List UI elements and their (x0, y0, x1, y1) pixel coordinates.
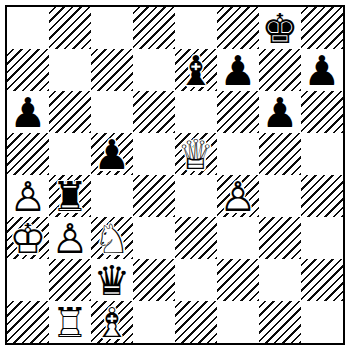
white-pawn-a4[interactable]: ♟♙ (7, 175, 49, 217)
square-h4[interactable] (301, 175, 343, 217)
black-piece-glyph: ♟ (301, 49, 343, 91)
white-piece-outline: ♗ (91, 301, 133, 343)
black-piece-glyph: ♟ (91, 133, 133, 175)
square-c1[interactable]: ♝♗ (91, 301, 133, 343)
square-d6[interactable] (133, 91, 175, 133)
square-b1[interactable]: ♜♖ (49, 301, 91, 343)
white-piece-outline: ♔ (7, 217, 49, 259)
black-pawn-c5[interactable]: ♟ (91, 133, 133, 175)
square-e6[interactable] (175, 91, 217, 133)
square-f7[interactable]: ♟ (217, 49, 259, 91)
square-h6[interactable] (301, 91, 343, 133)
black-pawn-a6[interactable]: ♟ (7, 91, 49, 133)
square-d3[interactable] (133, 217, 175, 259)
square-d1[interactable] (133, 301, 175, 343)
black-rook-b4[interactable]: ♜ (49, 175, 91, 217)
black-piece-glyph: ♛ (91, 259, 133, 301)
square-a3[interactable]: ♚♔ (7, 217, 49, 259)
square-e1[interactable] (175, 301, 217, 343)
white-king-a3[interactable]: ♚♔ (7, 217, 49, 259)
square-g1[interactable] (259, 301, 301, 343)
black-piece-glyph: ♝ (175, 49, 217, 91)
square-d5[interactable] (133, 133, 175, 175)
square-e3[interactable] (175, 217, 217, 259)
square-d4[interactable] (133, 175, 175, 217)
black-pawn-f7[interactable]: ♟ (217, 49, 259, 91)
white-pawn-b3[interactable]: ♟♙ (49, 217, 91, 259)
square-a7[interactable] (7, 49, 49, 91)
white-piece-outline: ♙ (7, 175, 49, 217)
square-f1[interactable] (217, 301, 259, 343)
square-f3[interactable] (217, 217, 259, 259)
square-g7[interactable] (259, 49, 301, 91)
square-b5[interactable] (49, 133, 91, 175)
square-b8[interactable] (49, 7, 91, 49)
black-pawn-h7[interactable]: ♟ (301, 49, 343, 91)
white-pawn-f4[interactable]: ♟♙ (217, 175, 259, 217)
square-h5[interactable] (301, 133, 343, 175)
square-g8[interactable]: ♚ (259, 7, 301, 49)
square-d8[interactable] (133, 7, 175, 49)
white-piece-outline: ♖ (49, 301, 91, 343)
square-f6[interactable] (217, 91, 259, 133)
square-e4[interactable] (175, 175, 217, 217)
square-e7[interactable]: ♝ (175, 49, 217, 91)
black-bishop-e7[interactable]: ♝ (175, 49, 217, 91)
square-f4[interactable]: ♟♙ (217, 175, 259, 217)
square-a4[interactable]: ♟♙ (7, 175, 49, 217)
square-f2[interactable] (217, 259, 259, 301)
square-a2[interactable] (7, 259, 49, 301)
square-e8[interactable] (175, 7, 217, 49)
page: ♚♝♟♟♟♟♟♛♕♟♙♜♟♙♚♔♟♙♞♘♛♜♖♝♗ (0, 0, 350, 350)
black-piece-glyph: ♟ (259, 91, 301, 133)
white-piece-outline: ♕ (175, 133, 217, 175)
black-piece-glyph: ♟ (7, 91, 49, 133)
square-d2[interactable] (133, 259, 175, 301)
square-c2[interactable]: ♛ (91, 259, 133, 301)
square-g2[interactable] (259, 259, 301, 301)
square-b7[interactable] (49, 49, 91, 91)
square-h7[interactable]: ♟ (301, 49, 343, 91)
chessboard: ♚♝♟♟♟♟♟♛♕♟♙♜♟♙♚♔♟♙♞♘♛♜♖♝♗ (5, 5, 345, 345)
square-a6[interactable]: ♟ (7, 91, 49, 133)
black-king-g8[interactable]: ♚ (259, 7, 301, 49)
square-h8[interactable] (301, 7, 343, 49)
white-rook-b1[interactable]: ♜♖ (49, 301, 91, 343)
square-d7[interactable] (133, 49, 175, 91)
square-g5[interactable] (259, 133, 301, 175)
white-knight-c3[interactable]: ♞♘ (91, 217, 133, 259)
white-queen-e5[interactable]: ♛♕ (175, 133, 217, 175)
black-piece-glyph: ♟ (217, 49, 259, 91)
square-c3[interactable]: ♞♘ (91, 217, 133, 259)
square-f5[interactable] (217, 133, 259, 175)
square-c5[interactable]: ♟ (91, 133, 133, 175)
square-g4[interactable] (259, 175, 301, 217)
square-g6[interactable]: ♟ (259, 91, 301, 133)
white-bishop-c1[interactable]: ♝♗ (91, 301, 133, 343)
square-e5[interactable]: ♛♕ (175, 133, 217, 175)
square-f8[interactable] (217, 7, 259, 49)
square-a8[interactable] (7, 7, 49, 49)
square-c6[interactable] (91, 91, 133, 133)
square-b4[interactable]: ♜ (49, 175, 91, 217)
square-a5[interactable] (7, 133, 49, 175)
black-queen-c2[interactable]: ♛ (91, 259, 133, 301)
white-piece-outline: ♙ (217, 175, 259, 217)
square-c8[interactable] (91, 7, 133, 49)
black-piece-glyph: ♚ (259, 7, 301, 49)
square-c4[interactable] (91, 175, 133, 217)
square-a1[interactable] (7, 301, 49, 343)
square-h2[interactable] (301, 259, 343, 301)
square-e2[interactable] (175, 259, 217, 301)
square-h3[interactable] (301, 217, 343, 259)
black-pawn-g6[interactable]: ♟ (259, 91, 301, 133)
white-piece-outline: ♘ (91, 217, 133, 259)
square-g3[interactable] (259, 217, 301, 259)
black-piece-glyph: ♜ (49, 175, 91, 217)
white-piece-outline: ♙ (49, 217, 91, 259)
square-c7[interactable] (91, 49, 133, 91)
square-b3[interactable]: ♟♙ (49, 217, 91, 259)
square-h1[interactable] (301, 301, 343, 343)
square-b6[interactable] (49, 91, 91, 133)
square-b2[interactable] (49, 259, 91, 301)
